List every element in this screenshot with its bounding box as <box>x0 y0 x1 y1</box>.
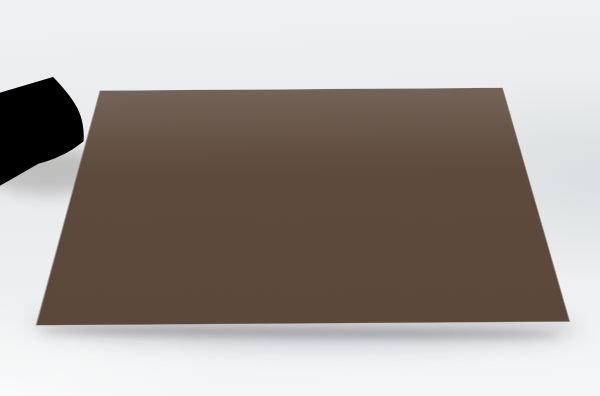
board-perspective-camera <box>71 0 532 396</box>
photo-backdrop <box>0 0 600 396</box>
chessboard-top-face <box>37 88 569 325</box>
board-scene <box>0 0 600 396</box>
chessboard <box>37 88 569 325</box>
chessboard-front-edge <box>37 321 569 339</box>
